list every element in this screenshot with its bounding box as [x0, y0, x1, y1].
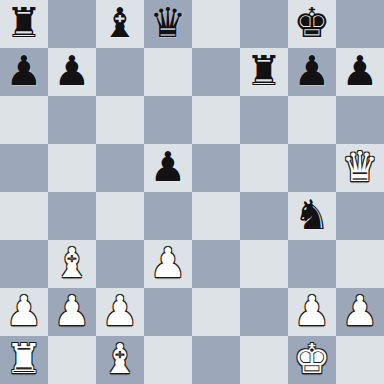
square-e6[interactable]	[192, 96, 240, 144]
square-f8[interactable]	[240, 0, 288, 48]
square-c5[interactable]	[96, 144, 144, 192]
black-king[interactable]: ♚	[294, 0, 331, 47]
square-e2[interactable]	[192, 288, 240, 336]
square-h7[interactable]: ♟	[336, 48, 384, 96]
square-g2[interactable]: ♟	[288, 288, 336, 336]
white-pawn[interactable]: ♟	[102, 287, 139, 335]
square-a7[interactable]: ♟	[0, 48, 48, 96]
white-pawn[interactable]: ♟	[342, 287, 379, 335]
square-e1[interactable]	[192, 336, 240, 384]
square-d2[interactable]	[144, 288, 192, 336]
square-b4[interactable]	[48, 192, 96, 240]
white-pawn[interactable]: ♟	[294, 287, 331, 335]
square-d1[interactable]	[144, 336, 192, 384]
square-e8[interactable]	[192, 0, 240, 48]
square-c3[interactable]	[96, 240, 144, 288]
square-d7[interactable]	[144, 48, 192, 96]
square-h2[interactable]: ♟	[336, 288, 384, 336]
square-h5[interactable]: ♛	[336, 144, 384, 192]
square-g3[interactable]	[288, 240, 336, 288]
square-a2[interactable]: ♟	[0, 288, 48, 336]
square-d5[interactable]: ♟	[144, 144, 192, 192]
square-c1[interactable]: ♝	[96, 336, 144, 384]
square-b2[interactable]: ♟	[48, 288, 96, 336]
square-e5[interactable]	[192, 144, 240, 192]
white-pawn[interactable]: ♟	[6, 287, 43, 335]
black-rook[interactable]: ♜	[246, 47, 283, 95]
square-c4[interactable]	[96, 192, 144, 240]
square-b8[interactable]	[48, 0, 96, 48]
square-b1[interactable]	[48, 336, 96, 384]
square-h3[interactable]	[336, 240, 384, 288]
square-g1[interactable]: ♚	[288, 336, 336, 384]
square-g5[interactable]	[288, 144, 336, 192]
black-pawn[interactable]: ♟	[54, 47, 91, 95]
square-h1[interactable]	[336, 336, 384, 384]
white-bishop[interactable]: ♝	[54, 239, 91, 287]
square-g7[interactable]: ♟	[288, 48, 336, 96]
white-pawn[interactable]: ♟	[150, 239, 187, 287]
black-pawn[interactable]: ♟	[6, 47, 43, 95]
square-g6[interactable]	[288, 96, 336, 144]
black-rook[interactable]: ♜	[6, 0, 43, 47]
white-bishop[interactable]: ♝	[102, 335, 139, 383]
square-b3[interactable]: ♝	[48, 240, 96, 288]
square-f5[interactable]	[240, 144, 288, 192]
square-a5[interactable]	[0, 144, 48, 192]
square-f6[interactable]	[240, 96, 288, 144]
white-pawn[interactable]: ♟	[54, 287, 91, 335]
square-f1[interactable]	[240, 336, 288, 384]
square-g8[interactable]: ♚	[288, 0, 336, 48]
square-h8[interactable]	[336, 0, 384, 48]
white-queen[interactable]: ♛	[342, 143, 379, 191]
square-f4[interactable]	[240, 192, 288, 240]
square-h4[interactable]	[336, 192, 384, 240]
square-e4[interactable]	[192, 192, 240, 240]
square-f7[interactable]: ♜	[240, 48, 288, 96]
square-d8[interactable]: ♛	[144, 0, 192, 48]
square-a8[interactable]: ♜	[0, 0, 48, 48]
square-b5[interactable]	[48, 144, 96, 192]
square-e3[interactable]	[192, 240, 240, 288]
black-pawn[interactable]: ♟	[150, 143, 187, 191]
square-b6[interactable]	[48, 96, 96, 144]
square-a3[interactable]	[0, 240, 48, 288]
square-a1[interactable]: ♜	[0, 336, 48, 384]
white-king[interactable]: ♚	[294, 335, 331, 383]
white-rook[interactable]: ♜	[6, 335, 43, 383]
black-knight[interactable]: ♞	[294, 191, 331, 239]
square-a6[interactable]	[0, 96, 48, 144]
square-c2[interactable]: ♟	[96, 288, 144, 336]
square-e7[interactable]	[192, 48, 240, 96]
square-d6[interactable]	[144, 96, 192, 144]
square-h6[interactable]	[336, 96, 384, 144]
square-c7[interactable]	[96, 48, 144, 96]
black-queen[interactable]: ♛	[150, 0, 187, 47]
square-b7[interactable]: ♟	[48, 48, 96, 96]
square-a4[interactable]	[0, 192, 48, 240]
square-g4[interactable]: ♞	[288, 192, 336, 240]
square-c8[interactable]: ♝	[96, 0, 144, 48]
square-d4[interactable]	[144, 192, 192, 240]
square-c6[interactable]	[96, 96, 144, 144]
square-d3[interactable]: ♟	[144, 240, 192, 288]
black-pawn[interactable]: ♟	[342, 47, 379, 95]
square-f2[interactable]	[240, 288, 288, 336]
square-f3[interactable]	[240, 240, 288, 288]
black-pawn[interactable]: ♟	[294, 47, 331, 95]
chess-board: ♜♝♛♚♟♟♜♟♟♟♛♞♝♟♟♟♟♟♟♜♝♚	[0, 0, 384, 384]
black-bishop[interactable]: ♝	[102, 0, 139, 47]
